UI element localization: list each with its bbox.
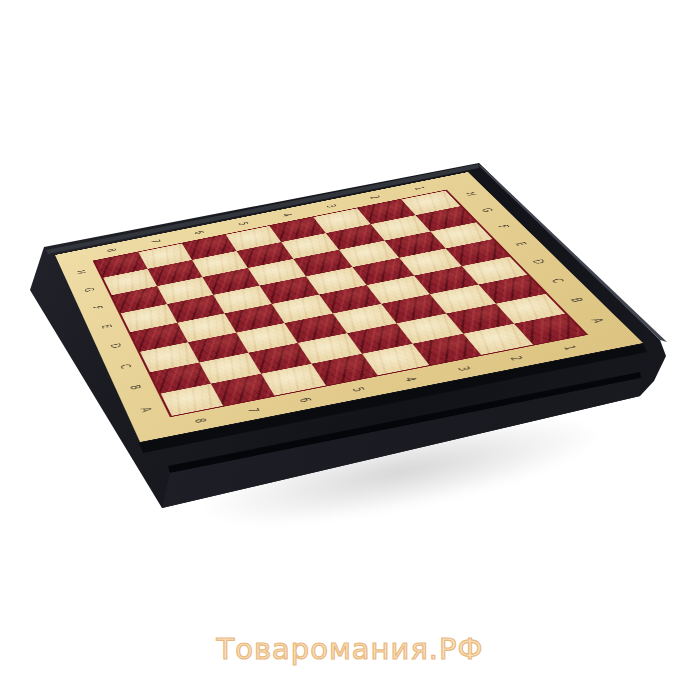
product-photo: 87654321 87654321 HGFEDCBA HGFEDCBA Това…: [0, 0, 700, 700]
watermark: Товаромания.РФ: [0, 632, 700, 666]
